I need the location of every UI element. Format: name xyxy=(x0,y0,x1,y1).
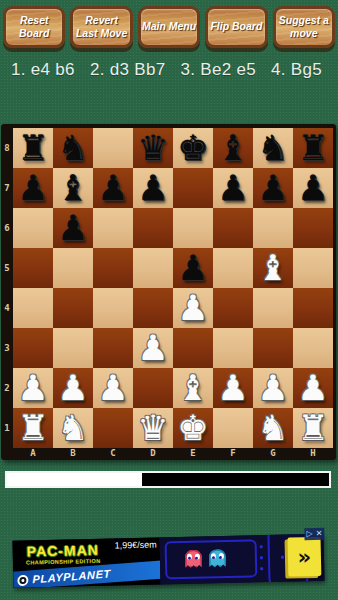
square-e6[interactable] xyxy=(173,208,213,248)
square-d2[interactable] xyxy=(133,368,173,408)
white-pawn: ♟ xyxy=(177,288,208,328)
square-a4[interactable] xyxy=(13,288,53,328)
square-d1[interactable]: ♛ xyxy=(133,408,173,448)
pacman-logo-text: PAC-MAN xyxy=(27,542,99,560)
square-f2[interactable]: ♟ xyxy=(213,368,253,408)
square-c4[interactable] xyxy=(93,288,133,328)
main-menu-button[interactable]: Main Menu xyxy=(138,6,200,48)
file-label: H xyxy=(293,448,333,460)
square-b6[interactable]: ♟ xyxy=(53,208,93,248)
black-pawn: ♟ xyxy=(217,168,248,208)
square-b2[interactable]: ♟ xyxy=(53,368,93,408)
chess-app: Reset Board Revert Last Move Main Menu F… xyxy=(0,0,338,600)
white-knight: ♞ xyxy=(257,408,288,448)
pink-ghost-icon xyxy=(185,550,202,568)
black-pawn: ♟ xyxy=(57,208,88,248)
white-pawn: ♟ xyxy=(97,368,128,408)
file-label: E xyxy=(173,448,213,460)
white-pawn: ♟ xyxy=(137,328,168,368)
square-c7[interactable]: ♟ xyxy=(93,168,133,208)
reset-board-button[interactable]: Reset Board xyxy=(3,6,65,48)
square-h6[interactable] xyxy=(293,208,333,248)
square-f7[interactable]: ♟ xyxy=(213,168,253,208)
white-bishop: ♝ xyxy=(257,248,288,288)
square-a8[interactable]: ♜ xyxy=(13,128,53,168)
black-knight: ♞ xyxy=(57,128,88,168)
rank-label: 8 xyxy=(1,128,13,168)
square-g3[interactable] xyxy=(253,328,293,368)
file-label: B xyxy=(53,448,93,460)
square-g7[interactable]: ♟ xyxy=(253,168,293,208)
black-rook: ♜ xyxy=(17,128,48,168)
rank-label: 2 xyxy=(1,368,13,408)
square-d8[interactable]: ♛ xyxy=(133,128,173,168)
square-f5[interactable] xyxy=(213,248,253,288)
black-pawn: ♟ xyxy=(177,248,208,288)
ad-logo-section: PAC-MAN CHAMPIONSHIP EDITION 1,99€/sem P… xyxy=(12,537,160,587)
square-a1[interactable]: ♜ xyxy=(13,408,53,448)
square-e7[interactable] xyxy=(173,168,213,208)
black-rook: ♜ xyxy=(297,128,328,168)
square-b5[interactable] xyxy=(53,248,93,288)
playplanet-logo-icon xyxy=(17,574,28,586)
file-label: A xyxy=(13,448,53,460)
black-knight: ♞ xyxy=(257,128,288,168)
chess-board: 87654321 ♜♞♛♚♝♞♜♟♝♟♟♟♟♟♟♟♝♟♟♟♟♟♝♟♟♟♜♞♛♚♞… xyxy=(1,124,336,460)
board-grid: ♜♞♛♚♝♞♜♟♝♟♟♟♟♟♟♟♝♟♟♟♟♟♝♟♟♟♜♞♛♚♞♜ xyxy=(13,128,333,448)
rank-labels: 87654321 xyxy=(1,128,13,448)
white-rook: ♜ xyxy=(297,408,328,448)
square-b8[interactable]: ♞ xyxy=(53,128,93,168)
square-b7[interactable]: ♝ xyxy=(53,168,93,208)
square-d3[interactable]: ♟ xyxy=(133,328,173,368)
square-c3[interactable] xyxy=(93,328,133,368)
square-g1[interactable]: ♞ xyxy=(253,408,293,448)
black-pawn: ♟ xyxy=(17,168,48,208)
flip-board-button[interactable]: Flip Board xyxy=(205,6,267,48)
square-e4[interactable]: ♟ xyxy=(173,288,213,328)
square-a6[interactable] xyxy=(13,208,53,248)
ad-cta-button[interactable]: » xyxy=(287,537,321,577)
square-h1[interactable]: ♜ xyxy=(293,408,333,448)
rank-label: 1 xyxy=(1,408,13,448)
white-pawn: ♟ xyxy=(297,368,328,408)
square-e8[interactable]: ♚ xyxy=(173,128,213,168)
square-d6[interactable] xyxy=(133,208,173,248)
file-labels: ABCDEFGH xyxy=(13,448,333,460)
adchoices-icon[interactable]: ▷ xyxy=(306,528,312,540)
square-g6[interactable] xyxy=(253,208,293,248)
file-label: F xyxy=(213,448,253,460)
ad-banner[interactable]: PAC-MAN CHAMPIONSHIP EDITION 1,99€/sem P… xyxy=(12,534,324,588)
white-pawn: ♟ xyxy=(257,368,288,408)
black-pawn: ♟ xyxy=(297,168,328,208)
black-bishop: ♝ xyxy=(57,168,88,208)
square-c5[interactable] xyxy=(93,248,133,288)
square-c8[interactable] xyxy=(93,128,133,168)
white-pawn: ♟ xyxy=(217,368,248,408)
square-d5[interactable] xyxy=(133,248,173,288)
square-e5[interactable]: ♟ xyxy=(173,248,213,288)
square-c6[interactable] xyxy=(93,208,133,248)
square-e1[interactable]: ♚ xyxy=(173,408,213,448)
square-f3[interactable] xyxy=(213,328,253,368)
pacman-logo-subtitle: CHAMPIONSHIP EDITION xyxy=(26,558,101,566)
square-c1[interactable] xyxy=(93,408,133,448)
square-a7[interactable]: ♟ xyxy=(13,168,53,208)
file-label: D xyxy=(133,448,173,460)
rank-label: 7 xyxy=(1,168,13,208)
brand-name: PLAYPLANET xyxy=(32,567,111,585)
square-h4[interactable] xyxy=(293,288,333,328)
evaluation-bar xyxy=(5,471,331,488)
evaluation-bar-white xyxy=(7,473,142,486)
white-bishop: ♝ xyxy=(177,368,208,408)
square-a5[interactable] xyxy=(13,248,53,288)
square-h7[interactable]: ♟ xyxy=(293,168,333,208)
square-e2[interactable]: ♝ xyxy=(173,368,213,408)
rank-label: 5 xyxy=(1,248,13,288)
square-b3[interactable] xyxy=(53,328,93,368)
square-g8[interactable]: ♞ xyxy=(253,128,293,168)
square-a2[interactable]: ♟ xyxy=(13,368,53,408)
black-king: ♚ xyxy=(177,128,208,168)
toolbar: Reset Board Revert Last Move Main Menu F… xyxy=(3,6,335,48)
file-label: G xyxy=(253,448,293,460)
square-a3[interactable] xyxy=(13,328,53,368)
square-g4[interactable] xyxy=(253,288,293,328)
white-queen: ♛ xyxy=(137,408,168,448)
square-h3[interactable] xyxy=(293,328,333,368)
square-b1[interactable]: ♞ xyxy=(53,408,93,448)
ad-price-label: 1,99€/sem xyxy=(114,540,156,551)
adchoices-bar[interactable]: ▷ ✕ xyxy=(304,528,324,540)
rank-label: 6 xyxy=(1,208,13,248)
white-pawn: ♟ xyxy=(17,368,48,408)
white-pawn: ♟ xyxy=(57,368,88,408)
white-king: ♚ xyxy=(177,408,208,448)
rank-label: 3 xyxy=(1,328,13,368)
cyan-ghost-icon xyxy=(209,549,226,567)
square-f4[interactable] xyxy=(213,288,253,328)
black-queen: ♛ xyxy=(137,128,168,168)
square-g2[interactable]: ♟ xyxy=(253,368,293,408)
square-c2[interactable]: ♟ xyxy=(93,368,133,408)
square-e3[interactable] xyxy=(173,328,213,368)
white-knight: ♞ xyxy=(57,408,88,448)
suggest-move-button[interactable]: Suggest a move xyxy=(273,6,335,48)
black-pawn: ♟ xyxy=(257,168,288,208)
file-label: C xyxy=(93,448,133,460)
black-bishop: ♝ xyxy=(217,128,248,168)
white-rook: ♜ xyxy=(17,408,48,448)
square-f1[interactable] xyxy=(213,408,253,448)
move-list: 1. e4 b6 2. d3 Bb7 3. Be2 e5 4. Bg5 xyxy=(11,60,334,80)
black-pawn: ♟ xyxy=(137,168,168,208)
square-h5[interactable] xyxy=(293,248,333,288)
square-d7[interactable]: ♟ xyxy=(133,168,173,208)
square-b4[interactable] xyxy=(53,288,93,328)
square-h8[interactable]: ♜ xyxy=(293,128,333,168)
square-h2[interactable]: ♟ xyxy=(293,368,333,408)
revert-last-move-button[interactable]: Revert Last Move xyxy=(70,6,132,48)
rank-label: 4 xyxy=(1,288,13,328)
square-f6[interactable] xyxy=(213,208,253,248)
square-g5[interactable]: ♝ xyxy=(253,248,293,288)
ad-close-icon[interactable]: ✕ xyxy=(316,528,323,540)
square-f8[interactable]: ♝ xyxy=(213,128,253,168)
square-d4[interactable] xyxy=(133,288,173,328)
black-pawn: ♟ xyxy=(97,168,128,208)
